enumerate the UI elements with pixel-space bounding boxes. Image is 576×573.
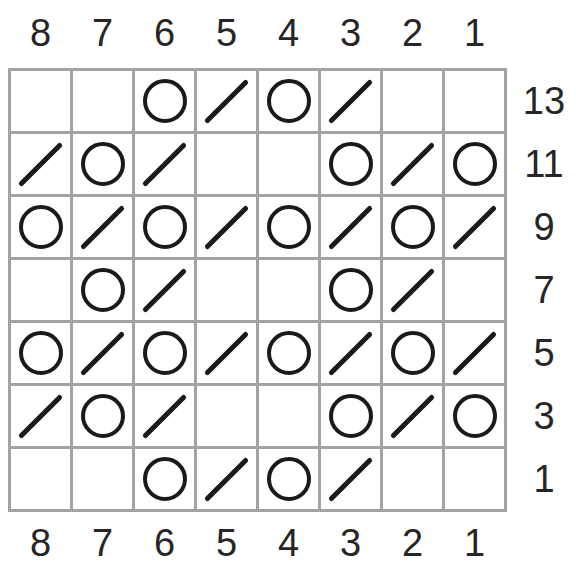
column-label-bottom-2: 2 xyxy=(383,513,442,573)
knitting-chart-page: 87654321 131197531 87654321 xyxy=(0,0,576,573)
row-label-1: 1 xyxy=(516,449,572,509)
cell-r3-c5 xyxy=(197,386,256,446)
yarn-over-symbol xyxy=(391,331,435,375)
column-label-bottom-7: 7 xyxy=(73,513,132,573)
column-label-top-6: 6 xyxy=(135,0,194,66)
decrease-slash-symbol xyxy=(328,204,373,249)
row-label-3: 3 xyxy=(516,386,572,446)
decrease-slash-symbol xyxy=(142,267,187,312)
cell-r5-c3 xyxy=(321,323,380,383)
yarn-over-symbol xyxy=(81,394,125,438)
cell-r7-c7 xyxy=(73,260,132,320)
yarn-over-symbol xyxy=(267,205,311,249)
cell-r1-c7 xyxy=(73,449,132,509)
cell-r13-c8 xyxy=(11,71,70,131)
cell-r9-c7 xyxy=(73,197,132,257)
cell-r9-c8 xyxy=(11,197,70,257)
cell-r3-c7 xyxy=(73,386,132,446)
row-label-5: 5 xyxy=(516,323,572,383)
decrease-slash-symbol xyxy=(18,393,63,438)
column-label-top-1: 1 xyxy=(445,0,504,66)
row-labels-right: 131197531 xyxy=(516,71,572,509)
row-label-9: 9 xyxy=(516,197,572,257)
cell-r13-c5 xyxy=(197,71,256,131)
yarn-over-symbol xyxy=(329,394,373,438)
decrease-slash-symbol xyxy=(204,456,249,501)
yarn-over-symbol xyxy=(81,142,125,186)
cell-r11-c5 xyxy=(197,134,256,194)
cell-r13-c6 xyxy=(135,71,194,131)
cell-r9-c1 xyxy=(445,197,504,257)
column-labels-bottom: 87654321 xyxy=(11,513,504,573)
cell-r7-c4 xyxy=(259,260,318,320)
yarn-over-symbol xyxy=(329,268,373,312)
yarn-over-symbol xyxy=(391,205,435,249)
cell-r9-c2 xyxy=(383,197,442,257)
yarn-over-symbol xyxy=(143,331,187,375)
cell-r1-c1 xyxy=(445,449,504,509)
cell-r7-c6 xyxy=(135,260,194,320)
cell-r13-c7 xyxy=(73,71,132,131)
cell-r7-c3 xyxy=(321,260,380,320)
cell-r1-c4 xyxy=(259,449,318,509)
column-label-top-4: 4 xyxy=(259,0,318,66)
column-label-bottom-5: 5 xyxy=(197,513,256,573)
cell-r13-c3 xyxy=(321,71,380,131)
column-labels-top: 87654321 xyxy=(11,0,504,66)
column-label-top-7: 7 xyxy=(73,0,132,66)
cell-r7-c1 xyxy=(445,260,504,320)
cell-r13-c1 xyxy=(445,71,504,131)
cell-r7-c2 xyxy=(383,260,442,320)
column-label-top-3: 3 xyxy=(321,0,380,66)
cell-r5-c1 xyxy=(445,323,504,383)
cell-r11-c3 xyxy=(321,134,380,194)
decrease-slash-symbol xyxy=(328,78,373,123)
column-label-bottom-1: 1 xyxy=(445,513,504,573)
chart-grid xyxy=(8,68,507,512)
cell-r3-c4 xyxy=(259,386,318,446)
decrease-slash-symbol xyxy=(328,456,373,501)
yarn-over-symbol xyxy=(267,79,311,123)
cell-r11-c1 xyxy=(445,134,504,194)
cell-r3-c6 xyxy=(135,386,194,446)
cell-r13-c4 xyxy=(259,71,318,131)
column-label-bottom-4: 4 xyxy=(259,513,318,573)
decrease-slash-symbol xyxy=(142,141,187,186)
yarn-over-symbol xyxy=(19,331,63,375)
decrease-slash-symbol xyxy=(80,330,125,375)
cell-r11-c7 xyxy=(73,134,132,194)
cell-r11-c8 xyxy=(11,134,70,194)
cell-r7-c5 xyxy=(197,260,256,320)
decrease-slash-symbol xyxy=(204,204,249,249)
cell-r9-c4 xyxy=(259,197,318,257)
decrease-slash-symbol xyxy=(328,330,373,375)
cell-r1-c8 xyxy=(11,449,70,509)
cell-r9-c5 xyxy=(197,197,256,257)
cell-r9-c3 xyxy=(321,197,380,257)
column-label-top-2: 2 xyxy=(383,0,442,66)
cell-r1-c3 xyxy=(321,449,380,509)
cell-r3-c1 xyxy=(445,386,504,446)
cell-r3-c8 xyxy=(11,386,70,446)
decrease-slash-symbol xyxy=(142,393,187,438)
cell-r1-c6 xyxy=(135,449,194,509)
row-label-13: 13 xyxy=(516,71,572,131)
column-label-top-8: 8 xyxy=(11,0,70,66)
cell-r13-c2 xyxy=(383,71,442,131)
column-label-top-5: 5 xyxy=(197,0,256,66)
cell-r5-c5 xyxy=(197,323,256,383)
cell-r5-c4 xyxy=(259,323,318,383)
yarn-over-symbol xyxy=(143,457,187,501)
decrease-slash-symbol xyxy=(390,141,435,186)
cell-r3-c2 xyxy=(383,386,442,446)
decrease-slash-symbol xyxy=(452,204,497,249)
cell-r5-c2 xyxy=(383,323,442,383)
yarn-over-symbol xyxy=(267,331,311,375)
column-label-bottom-3: 3 xyxy=(321,513,380,573)
decrease-slash-symbol xyxy=(204,330,249,375)
decrease-slash-symbol xyxy=(390,267,435,312)
decrease-slash-symbol xyxy=(390,393,435,438)
yarn-over-symbol xyxy=(143,79,187,123)
cell-r9-c6 xyxy=(135,197,194,257)
column-label-bottom-6: 6 xyxy=(135,513,194,573)
decrease-slash-symbol xyxy=(18,141,63,186)
cell-r7-c8 xyxy=(11,260,70,320)
cell-r5-c7 xyxy=(73,323,132,383)
yarn-over-symbol xyxy=(81,268,125,312)
yarn-over-symbol xyxy=(143,205,187,249)
cell-r11-c4 xyxy=(259,134,318,194)
yarn-over-symbol xyxy=(453,394,497,438)
cell-r1-c5 xyxy=(197,449,256,509)
cell-r3-c3 xyxy=(321,386,380,446)
cell-r5-c8 xyxy=(11,323,70,383)
yarn-over-symbol xyxy=(19,205,63,249)
cell-r5-c6 xyxy=(135,323,194,383)
cell-r11-c2 xyxy=(383,134,442,194)
yarn-over-symbol xyxy=(329,142,373,186)
yarn-over-symbol xyxy=(267,457,311,501)
cell-r1-c2 xyxy=(383,449,442,509)
decrease-slash-symbol xyxy=(452,330,497,375)
cell-r11-c6 xyxy=(135,134,194,194)
row-label-11: 11 xyxy=(516,134,572,194)
column-label-bottom-8: 8 xyxy=(11,513,70,573)
decrease-slash-symbol xyxy=(204,78,249,123)
yarn-over-symbol xyxy=(453,142,497,186)
decrease-slash-symbol xyxy=(80,204,125,249)
row-label-7: 7 xyxy=(516,260,572,320)
